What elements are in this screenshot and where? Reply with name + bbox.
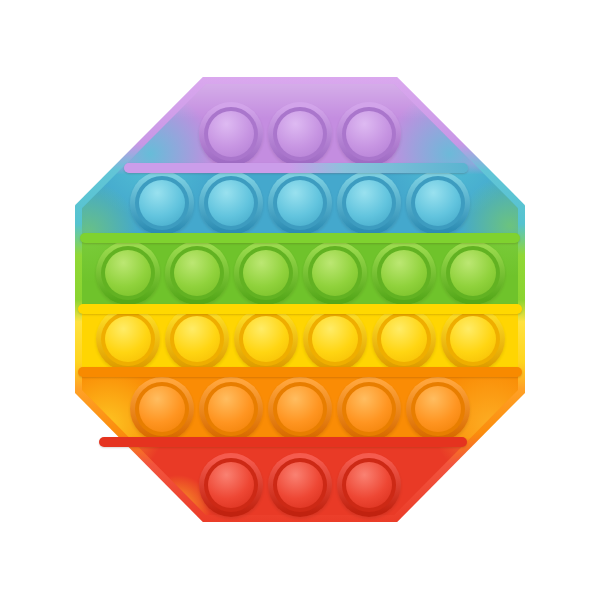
bubble-orange-2[interactable] xyxy=(199,377,263,441)
bubble-red-1[interactable] xyxy=(199,453,263,517)
bubble-red-2[interactable] xyxy=(268,453,332,517)
bubble-orange-3[interactable] xyxy=(268,377,332,441)
bubble-yellow-5[interactable] xyxy=(372,307,436,371)
bubble-purple-3[interactable] xyxy=(337,102,401,166)
bubble-blue-3[interactable] xyxy=(268,171,332,235)
bubble-row-red xyxy=(75,453,525,517)
bubble-blue-1[interactable] xyxy=(130,171,194,235)
bubble-row-blue xyxy=(75,171,525,235)
divider-purple-blue xyxy=(124,163,468,173)
bubble-row-orange xyxy=(75,377,525,441)
bubble-row-purple xyxy=(75,102,525,166)
bubble-blue-4[interactable] xyxy=(337,171,401,235)
divider-blue-green xyxy=(80,233,520,243)
bubble-yellow-1[interactable] xyxy=(96,307,160,371)
bubble-green-3[interactable] xyxy=(234,241,298,305)
bubble-purple-2[interactable] xyxy=(268,102,332,166)
divider-green-yellow xyxy=(78,304,522,314)
bubble-green-2[interactable] xyxy=(165,241,229,305)
bubble-green-6[interactable] xyxy=(441,241,505,305)
bubble-purple-1[interactable] xyxy=(199,102,263,166)
bubble-row-yellow xyxy=(75,307,525,371)
pop-it-board xyxy=(0,0,600,600)
bubble-yellow-2[interactable] xyxy=(165,307,229,371)
bubble-orange-1[interactable] xyxy=(130,377,194,441)
bubble-blue-2[interactable] xyxy=(199,171,263,235)
bubble-green-4[interactable] xyxy=(303,241,367,305)
bubble-green-1[interactable] xyxy=(96,241,160,305)
bubble-yellow-4[interactable] xyxy=(303,307,367,371)
bubble-row-green xyxy=(75,241,525,305)
bubble-blue-5[interactable] xyxy=(406,171,470,235)
bubble-orange-4[interactable] xyxy=(337,377,401,441)
bubble-red-3[interactable] xyxy=(337,453,401,517)
bubble-green-5[interactable] xyxy=(372,241,436,305)
bubble-yellow-3[interactable] xyxy=(234,307,298,371)
bubble-orange-5[interactable] xyxy=(406,377,470,441)
divider-orange-red xyxy=(99,437,467,447)
divider-yellow-orange xyxy=(78,367,522,377)
bubble-yellow-6[interactable] xyxy=(441,307,505,371)
